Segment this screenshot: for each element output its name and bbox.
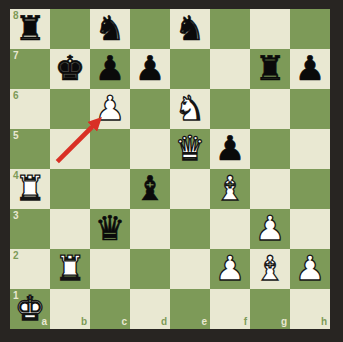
square-g7[interactable]: ♜ (250, 49, 290, 89)
piece-white-knight[interactable]: ♞ (175, 88, 205, 128)
piece-white-pawn[interactable]: ♟ (215, 248, 245, 288)
chess-board: 8♜♞♞7♚♟♟♜♟6♟♞5♛♟4♜♝♝3♛♟2♜♟♝♟1a♚bcdefgh (10, 9, 330, 329)
square-f8[interactable] (210, 9, 250, 49)
square-d2[interactable] (130, 249, 170, 289)
square-h2[interactable]: ♟ (290, 249, 330, 289)
piece-black-queen[interactable]: ♛ (95, 208, 125, 248)
square-c4[interactable] (90, 169, 130, 209)
square-h4[interactable] (290, 169, 330, 209)
square-c8[interactable]: ♞ (90, 9, 130, 49)
square-a7[interactable]: 7 (10, 49, 50, 89)
piece-white-bishop[interactable]: ♝ (255, 248, 285, 288)
file-label-b: b (81, 317, 87, 327)
square-d5[interactable] (130, 129, 170, 169)
piece-white-king[interactable]: ♚ (15, 288, 45, 328)
square-g8[interactable] (250, 9, 290, 49)
square-d6[interactable] (130, 89, 170, 129)
piece-black-king[interactable]: ♚ (55, 48, 85, 88)
square-b8[interactable] (50, 9, 90, 49)
file-label-h: h (321, 317, 327, 327)
piece-black-rook[interactable]: ♜ (15, 8, 45, 48)
piece-white-pawn[interactable]: ♟ (255, 208, 285, 248)
square-h3[interactable] (290, 209, 330, 249)
square-b7[interactable]: ♚ (50, 49, 90, 89)
square-h1[interactable]: h (290, 289, 330, 329)
square-h5[interactable] (290, 129, 330, 169)
square-c2[interactable] (90, 249, 130, 289)
file-label-c: c (121, 317, 127, 327)
piece-white-queen[interactable]: ♛ (175, 128, 205, 168)
square-f6[interactable] (210, 89, 250, 129)
square-c7[interactable]: ♟ (90, 49, 130, 89)
square-b3[interactable] (50, 209, 90, 249)
square-d1[interactable]: d (130, 289, 170, 329)
file-label-e: e (201, 317, 207, 327)
square-e2[interactable] (170, 249, 210, 289)
square-e7[interactable] (170, 49, 210, 89)
square-c1[interactable]: c (90, 289, 130, 329)
square-d3[interactable] (130, 209, 170, 249)
square-h8[interactable] (290, 9, 330, 49)
square-g2[interactable]: ♝ (250, 249, 290, 289)
piece-black-pawn[interactable]: ♟ (295, 48, 325, 88)
square-b4[interactable] (50, 169, 90, 209)
rank-label-2: 2 (13, 251, 19, 261)
file-label-g: g (281, 317, 287, 327)
square-f7[interactable] (210, 49, 250, 89)
square-a6[interactable]: 6 (10, 89, 50, 129)
square-a1[interactable]: 1a♚ (10, 289, 50, 329)
piece-black-pawn[interactable]: ♟ (215, 128, 245, 168)
square-d8[interactable] (130, 9, 170, 49)
piece-white-rook[interactable]: ♜ (15, 168, 45, 208)
square-a4[interactable]: 4♜ (10, 169, 50, 209)
rank-label-7: 7 (13, 51, 19, 61)
rank-label-5: 5 (13, 131, 19, 141)
square-e4[interactable] (170, 169, 210, 209)
rank-label-3: 3 (13, 211, 19, 221)
square-b6[interactable] (50, 89, 90, 129)
square-f4[interactable]: ♝ (210, 169, 250, 209)
square-g6[interactable] (250, 89, 290, 129)
square-f5[interactable]: ♟ (210, 129, 250, 169)
piece-black-pawn[interactable]: ♟ (135, 48, 165, 88)
piece-white-bishop[interactable]: ♝ (215, 168, 245, 208)
square-a5[interactable]: 5 (10, 129, 50, 169)
square-b2[interactable]: ♜ (50, 249, 90, 289)
piece-black-rook[interactable]: ♜ (255, 48, 285, 88)
chess-board-frame: 8♜♞♞7♚♟♟♜♟6♟♞5♛♟4♜♝♝3♛♟2♜♟♝♟1a♚bcdefgh (0, 0, 343, 342)
piece-black-knight[interactable]: ♞ (95, 8, 125, 48)
square-d7[interactable]: ♟ (130, 49, 170, 89)
square-f3[interactable] (210, 209, 250, 249)
square-h7[interactable]: ♟ (290, 49, 330, 89)
square-e5[interactable]: ♛ (170, 129, 210, 169)
square-a2[interactable]: 2 (10, 249, 50, 289)
piece-white-rook[interactable]: ♜ (55, 248, 85, 288)
file-label-d: d (161, 317, 167, 327)
square-b5[interactable] (50, 129, 90, 169)
square-e6[interactable]: ♞ (170, 89, 210, 129)
square-e3[interactable] (170, 209, 210, 249)
square-c3[interactable]: ♛ (90, 209, 130, 249)
square-g4[interactable] (250, 169, 290, 209)
square-b1[interactable]: b (50, 289, 90, 329)
square-h6[interactable] (290, 89, 330, 129)
square-e1[interactable]: e (170, 289, 210, 329)
square-e8[interactable]: ♞ (170, 9, 210, 49)
square-d4[interactable]: ♝ (130, 169, 170, 209)
square-g3[interactable]: ♟ (250, 209, 290, 249)
square-a3[interactable]: 3 (10, 209, 50, 249)
square-c6[interactable]: ♟ (90, 89, 130, 129)
square-f1[interactable]: f (210, 289, 250, 329)
square-g5[interactable] (250, 129, 290, 169)
piece-black-pawn[interactable]: ♟ (95, 48, 125, 88)
square-f2[interactable]: ♟ (210, 249, 250, 289)
square-c5[interactable] (90, 129, 130, 169)
file-label-f: f (244, 317, 247, 327)
piece-white-pawn[interactable]: ♟ (95, 88, 125, 128)
square-g1[interactable]: g (250, 289, 290, 329)
square-a8[interactable]: 8♜ (10, 9, 50, 49)
piece-black-knight[interactable]: ♞ (175, 8, 205, 48)
piece-white-pawn[interactable]: ♟ (295, 248, 325, 288)
rank-label-6: 6 (13, 91, 19, 101)
piece-black-bishop[interactable]: ♝ (135, 168, 165, 208)
